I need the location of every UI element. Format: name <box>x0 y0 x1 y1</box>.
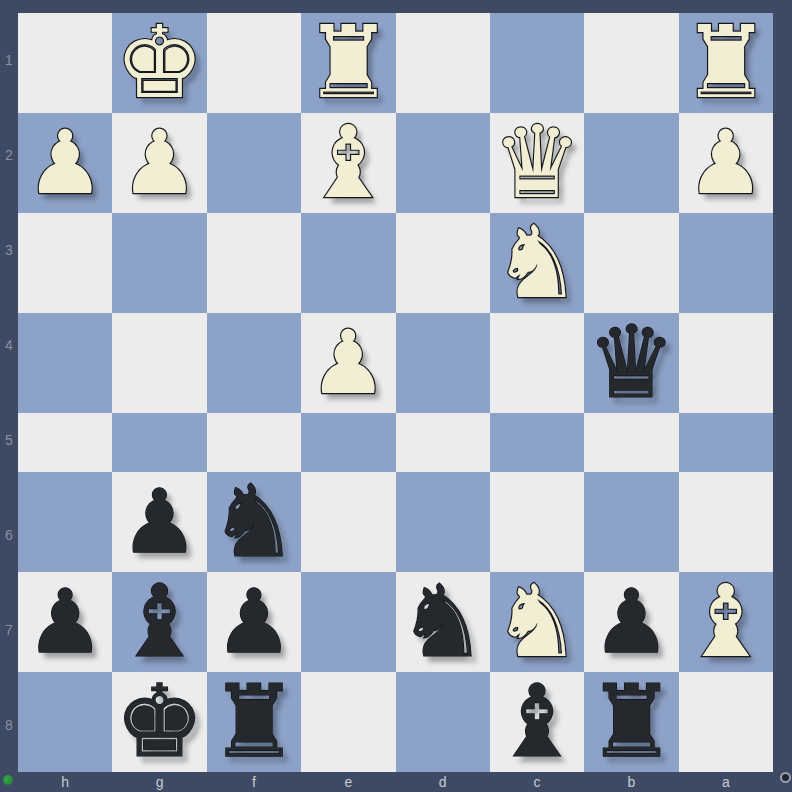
file-label-g: g <box>112 772 206 792</box>
square-b6[interactable] <box>584 472 678 572</box>
square-f7[interactable]: ♟ <box>207 572 301 672</box>
file-label-b: b <box>584 772 678 792</box>
square-a7[interactable]: ♝ <box>679 572 773 672</box>
square-h5[interactable] <box>18 413 112 472</box>
white-knight[interactable]: ♞ <box>492 572 582 672</box>
square-e2[interactable]: ♝ <box>301 113 395 213</box>
square-g3[interactable] <box>112 213 206 313</box>
white-knight[interactable]: ♞ <box>492 213 582 313</box>
file-label-f: f <box>207 772 301 792</box>
square-h4[interactable] <box>18 313 112 413</box>
square-h6[interactable] <box>18 472 112 572</box>
white-pawn[interactable]: ♟ <box>26 119 105 207</box>
square-f1[interactable] <box>207 13 301 113</box>
white-pawn[interactable]: ♟ <box>120 119 199 207</box>
square-b8[interactable]: ♜ <box>584 672 678 772</box>
black-bishop[interactable]: ♝ <box>492 672 582 772</box>
white-queen[interactable]: ♛ <box>492 113 582 213</box>
square-f4[interactable] <box>207 313 301 413</box>
square-c4[interactable] <box>490 313 584 413</box>
rank-label-1: 1 <box>0 13 18 108</box>
square-c1[interactable] <box>490 13 584 113</box>
rank-label-6: 6 <box>0 487 18 582</box>
square-f6[interactable]: ♞ <box>207 472 301 572</box>
square-a4[interactable] <box>679 313 773 413</box>
square-d5[interactable] <box>396 413 490 472</box>
file-label-a: a <box>679 772 773 792</box>
square-g2[interactable]: ♟ <box>112 113 206 213</box>
square-g4[interactable] <box>112 313 206 413</box>
black-pawn[interactable]: ♟ <box>592 578 671 666</box>
black-bishop[interactable]: ♝ <box>115 572 205 672</box>
square-f8[interactable]: ♜ <box>207 672 301 772</box>
square-b3[interactable] <box>584 213 678 313</box>
square-h3[interactable] <box>18 213 112 313</box>
square-e6[interactable] <box>301 472 395 572</box>
white-bishop[interactable]: ♝ <box>303 113 393 213</box>
rank-label-4: 4 <box>0 298 18 393</box>
white-pawn[interactable]: ♟ <box>686 119 765 207</box>
square-f3[interactable] <box>207 213 301 313</box>
black-pawn[interactable]: ♟ <box>120 478 199 566</box>
square-b2[interactable] <box>584 113 678 213</box>
black-pawn[interactable]: ♟ <box>214 578 293 666</box>
square-a3[interactable] <box>679 213 773 313</box>
black-king[interactable]: ♚ <box>115 672 205 772</box>
black-pawn[interactable]: ♟ <box>26 578 105 666</box>
square-c3[interactable]: ♞ <box>490 213 584 313</box>
rank-label-8: 8 <box>0 677 18 772</box>
square-g7[interactable]: ♝ <box>112 572 206 672</box>
square-b1[interactable] <box>584 13 678 113</box>
square-g6[interactable]: ♟ <box>112 472 206 572</box>
black-knight[interactable]: ♞ <box>398 572 488 672</box>
rank-label-5: 5 <box>0 393 18 488</box>
square-h7[interactable]: ♟ <box>18 572 112 672</box>
file-label-d: d <box>396 772 490 792</box>
square-a8[interactable] <box>679 672 773 772</box>
square-a5[interactable] <box>679 413 773 472</box>
rank-label-3: 3 <box>0 203 18 298</box>
rank-label-2: 2 <box>0 108 18 203</box>
square-e3[interactable] <box>301 213 395 313</box>
black-queen[interactable]: ♛ <box>587 313 677 413</box>
square-b5[interactable] <box>584 413 678 472</box>
square-a6[interactable] <box>679 472 773 572</box>
square-c5[interactable] <box>490 413 584 472</box>
rank-label-7: 7 <box>0 582 18 677</box>
square-d8[interactable] <box>396 672 490 772</box>
square-b4[interactable]: ♛ <box>584 313 678 413</box>
file-label-h: h <box>18 772 112 792</box>
white-bishop[interactable]: ♝ <box>681 572 771 672</box>
square-g5[interactable] <box>112 413 206 472</box>
square-c8[interactable]: ♝ <box>490 672 584 772</box>
square-c2[interactable]: ♛ <box>490 113 584 213</box>
square-c7[interactable]: ♞ <box>490 572 584 672</box>
black-rook[interactable]: ♜ <box>587 672 677 772</box>
square-h8[interactable] <box>18 672 112 772</box>
square-c6[interactable] <box>490 472 584 572</box>
square-h2[interactable]: ♟ <box>18 113 112 213</box>
file-label-c: c <box>490 772 584 792</box>
square-d3[interactable] <box>396 213 490 313</box>
square-h1[interactable] <box>18 13 112 113</box>
square-g1[interactable]: ♚ <box>112 13 206 113</box>
white-pawn[interactable]: ♟ <box>309 319 388 407</box>
square-e7[interactable] <box>301 572 395 672</box>
square-e1[interactable]: ♜ <box>301 13 395 113</box>
file-labels: hgfedcba <box>18 772 773 792</box>
file-label-e: e <box>301 772 395 792</box>
turn-indicator-dot <box>3 775 13 785</box>
square-d1[interactable] <box>396 13 490 113</box>
square-e4[interactable]: ♟ <box>301 313 395 413</box>
square-b7[interactable]: ♟ <box>584 572 678 672</box>
white-king[interactable]: ♚ <box>115 13 205 113</box>
square-d6[interactable] <box>396 472 490 572</box>
white-rook[interactable]: ♜ <box>303 13 393 113</box>
rank-labels: 12345678 <box>0 13 18 772</box>
square-a1[interactable]: ♜ <box>679 13 773 113</box>
white-rook[interactable]: ♜ <box>681 13 771 113</box>
black-rook[interactable]: ♜ <box>209 672 299 772</box>
square-e5[interactable] <box>301 413 395 472</box>
square-d4[interactable] <box>396 313 490 413</box>
square-a2[interactable]: ♟ <box>679 113 773 213</box>
board-frame: ♚♜♜♟♟♝♛♟♞♟♛♟♞♟♝♟♞♞♟♝♚♜♝♜ 12345678 hgfedc… <box>0 0 792 792</box>
square-e8[interactable] <box>301 672 395 772</box>
square-f2[interactable] <box>207 113 301 213</box>
square-d7[interactable]: ♞ <box>396 572 490 672</box>
ring-icon <box>780 772 791 783</box>
chess-board: ♚♜♜♟♟♝♛♟♞♟♛♟♞♟♝♟♞♞♟♝♚♜♝♜ <box>18 13 773 772</box>
square-g8[interactable]: ♚ <box>112 672 206 772</box>
black-knight[interactable]: ♞ <box>209 472 299 572</box>
square-d2[interactable] <box>396 113 490 213</box>
